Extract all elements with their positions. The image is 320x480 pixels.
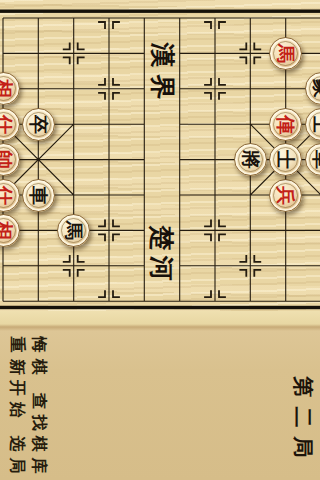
river-label-top-char: 界 <box>148 72 178 102</box>
app-screen: 漢界楚河相仕帥仕相馬俥兵卒車馬將士象士車 重新开始选局悔棋查找棋库 第二局 <box>0 0 320 480</box>
search-library-button[interactable]: 查找棋库 <box>28 390 50 476</box>
menu-restart-column: 重新开始选局 <box>6 334 28 480</box>
menu-char: 找 <box>28 411 50 433</box>
menu-char: 棋 <box>28 355 50 377</box>
undo-button[interactable]: 悔棋 <box>28 334 50 377</box>
river-label-bottom-char: 河 <box>147 253 177 283</box>
game-label-char: 第 <box>289 375 319 399</box>
menu-char: 新 <box>6 355 28 377</box>
menu-char: 棋 <box>28 433 50 455</box>
game-label-char: 局 <box>289 435 319 459</box>
menu-char: 悔 <box>28 334 50 356</box>
river-label-bottom-char: 楚 <box>147 223 177 253</box>
menu-char: 选 <box>6 433 28 455</box>
piece-black-車[interactable]: 車 <box>22 179 55 212</box>
game-number-label: 第二局 <box>292 372 316 462</box>
river-label-top-char: 漢 <box>148 40 178 70</box>
restart-button[interactable]: 重新开始 <box>6 334 28 420</box>
piece-black-將[interactable]: 將 <box>234 143 267 176</box>
menu-undo-column: 悔棋查找棋库 <box>28 334 50 480</box>
piece-red-馬[interactable]: 馬 <box>269 37 302 70</box>
menu-panel: 重新开始选局悔棋查找棋库 第二局 <box>0 311 320 480</box>
piece-black-象[interactable]: 象 <box>305 72 320 105</box>
piece-red-仕[interactable]: 仕 <box>0 179 20 212</box>
menu-char: 始 <box>6 398 28 420</box>
menu-char: 库 <box>28 454 50 476</box>
piece-red-相[interactable]: 相 <box>0 72 20 105</box>
piece-black-卒[interactable]: 卒 <box>22 108 55 141</box>
menu-char: 重 <box>6 334 28 356</box>
piece-red-俥[interactable]: 俥 <box>269 108 302 141</box>
piece-red-兵[interactable]: 兵 <box>269 179 302 212</box>
piece-red-仕[interactable]: 仕 <box>0 108 20 141</box>
select-game-button[interactable]: 选局 <box>6 433 28 476</box>
menu-char: 查 <box>28 390 50 412</box>
piece-black-車[interactable]: 車 <box>305 143 320 176</box>
piece-red-帥[interactable]: 帥 <box>0 143 20 176</box>
piece-black-士[interactable]: 士 <box>305 108 320 141</box>
game-label-char: 二 <box>289 405 319 429</box>
menu-char: 局 <box>6 454 28 476</box>
xiangqi-board[interactable]: 漢界楚河相仕帥仕相馬俥兵卒車馬將士象士車 <box>0 0 320 316</box>
piece-black-士[interactable]: 士 <box>269 143 302 176</box>
piece-red-相[interactable]: 相 <box>0 214 20 247</box>
piece-black-馬[interactable]: 馬 <box>57 214 90 247</box>
menu-char: 开 <box>6 377 28 399</box>
